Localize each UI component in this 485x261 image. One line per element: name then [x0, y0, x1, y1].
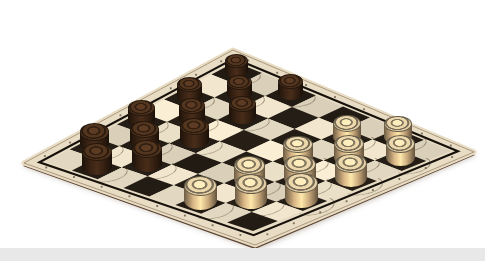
coordinate-tick: [145, 101, 147, 103]
coordinate-tick: [120, 114, 122, 116]
checkers-board: [0, 0, 485, 261]
coordinate-tick: [128, 195, 130, 197]
coordinate-tick: [44, 155, 46, 157]
coordinate-tick: [421, 132, 423, 134]
coordinate-tick: [247, 60, 249, 62]
coordinate-tick: [101, 186, 103, 188]
coordinate-tick: [319, 211, 321, 213]
coordinate-tick: [94, 128, 96, 130]
background-strip: [0, 248, 485, 261]
coordinate-tick: [170, 87, 172, 89]
coordinate-tick: [239, 234, 241, 236]
coordinate-tick: [156, 205, 158, 207]
coordinate-tick: [398, 178, 400, 180]
coordinate-tick: [73, 176, 75, 178]
coordinate-tick: [212, 224, 214, 226]
coordinate-tick: [305, 84, 307, 86]
coordinate-tick: [293, 222, 295, 224]
coordinate-tick: [451, 156, 453, 158]
coordinate-tick: [346, 200, 348, 202]
coordinate-tick: [195, 74, 197, 76]
coordinate-tick: [276, 72, 278, 74]
board-photo: [0, 0, 485, 261]
coordinate-tick: [69, 141, 71, 143]
coordinate-tick: [45, 166, 47, 168]
coordinate-tick: [425, 167, 427, 169]
coordinate-tick: [184, 215, 186, 217]
coordinate-tick: [392, 120, 394, 122]
coordinate-tick: [363, 108, 365, 110]
coordinate-tick: [266, 233, 268, 235]
coordinate-tick: [334, 96, 336, 98]
coordinate-tick: [372, 189, 374, 191]
coordinate-tick: [450, 145, 452, 147]
coordinate-tick: [220, 60, 222, 62]
